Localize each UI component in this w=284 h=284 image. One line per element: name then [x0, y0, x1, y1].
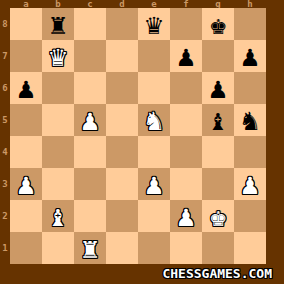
square-b1: [42, 232, 74, 264]
square-h8: [234, 8, 266, 40]
square-f1: [170, 232, 202, 264]
square-h7: ♟: [234, 40, 266, 72]
piece-white-rook: ♜: [81, 232, 98, 264]
piece-black-knight: ♞: [241, 104, 258, 136]
rank-label-3: 3: [0, 168, 10, 200]
square-e6: [138, 72, 170, 104]
square-b8: ♜: [42, 8, 74, 40]
square-b7: ♛: [42, 40, 74, 72]
square-c2: [74, 200, 106, 232]
piece-white-pawn: ♟: [145, 168, 162, 200]
square-a3: ♟: [10, 168, 42, 200]
square-a1: [10, 232, 42, 264]
square-d8: [106, 8, 138, 40]
piece-white-pawn: ♟: [177, 200, 194, 232]
square-a6: ♟: [10, 72, 42, 104]
square-e8: ♛: [138, 8, 170, 40]
square-e7: [138, 40, 170, 72]
square-c8: [74, 8, 106, 40]
rank-label-5: 5: [0, 104, 10, 136]
square-h5: ♞: [234, 104, 266, 136]
square-d7: [106, 40, 138, 72]
square-f6: [170, 72, 202, 104]
square-b5: [42, 104, 74, 136]
square-a2: [10, 200, 42, 232]
square-a7: [10, 40, 42, 72]
square-c7: [74, 40, 106, 72]
piece-black-pawn: ♟: [17, 72, 34, 104]
square-c6: [74, 72, 106, 104]
piece-black-pawn: ♟: [241, 40, 258, 72]
square-h3: ♟: [234, 168, 266, 200]
square-d3: [106, 168, 138, 200]
piece-white-king: ♚: [209, 200, 226, 232]
piece-white-queen: ♛: [49, 40, 66, 72]
square-a4: [10, 136, 42, 168]
square-c5: ♟: [74, 104, 106, 136]
square-c1: ♜: [74, 232, 106, 264]
piece-black-queen: ♛: [145, 8, 162, 40]
rank-label-8: 8: [0, 8, 10, 40]
rank-label-6: 6: [0, 72, 10, 104]
square-f8: [170, 8, 202, 40]
piece-white-pawn: ♟: [17, 168, 34, 200]
square-c3: [74, 168, 106, 200]
square-f2: ♟: [170, 200, 202, 232]
square-h6: [234, 72, 266, 104]
square-g2: ♚: [202, 200, 234, 232]
piece-black-bishop: ♝: [209, 104, 226, 136]
square-g6: ♟: [202, 72, 234, 104]
square-g5: ♝: [202, 104, 234, 136]
piece-black-king: ♚: [209, 8, 226, 40]
square-h4: [234, 136, 266, 168]
chess-diagram: abcdefgh 87654321 ♜♛♚♛♟♟♟♟♟♞♝♞♟♟♟♝♟♚♜ CH…: [0, 0, 284, 284]
chess-board: ♜♛♚♛♟♟♟♟♟♞♝♞♟♟♟♝♟♚♜: [10, 8, 266, 264]
square-h2: [234, 200, 266, 232]
square-d5: [106, 104, 138, 136]
square-g8: ♚: [202, 8, 234, 40]
piece-white-pawn: ♟: [81, 104, 98, 136]
square-f5: [170, 104, 202, 136]
square-b3: [42, 168, 74, 200]
square-e2: [138, 200, 170, 232]
rank-label-4: 4: [0, 136, 10, 168]
square-d2: [106, 200, 138, 232]
square-f4: [170, 136, 202, 168]
rank-label-7: 7: [0, 40, 10, 72]
square-h1: [234, 232, 266, 264]
square-d4: [106, 136, 138, 168]
square-b6: [42, 72, 74, 104]
square-d6: [106, 72, 138, 104]
square-f7: ♟: [170, 40, 202, 72]
square-e3: ♟: [138, 168, 170, 200]
square-c4: [74, 136, 106, 168]
piece-black-pawn: ♟: [177, 40, 194, 72]
piece-white-bishop: ♝: [49, 200, 66, 232]
piece-black-rook: ♜: [49, 8, 66, 40]
square-e5: ♞: [138, 104, 170, 136]
square-e1: [138, 232, 170, 264]
square-g1: [202, 232, 234, 264]
square-b4: [42, 136, 74, 168]
rank-labels: 87654321: [0, 8, 10, 264]
rank-label-1: 1: [0, 232, 10, 264]
piece-white-pawn: ♟: [241, 168, 258, 200]
square-g7: [202, 40, 234, 72]
square-g3: [202, 168, 234, 200]
square-e4: [138, 136, 170, 168]
square-g4: [202, 136, 234, 168]
square-a8: [10, 8, 42, 40]
piece-white-knight: ♞: [145, 104, 162, 136]
site-watermark: CHESSGAMES.COM: [162, 266, 272, 281]
piece-black-pawn: ♟: [209, 72, 226, 104]
square-b2: ♝: [42, 200, 74, 232]
square-d1: [106, 232, 138, 264]
rank-label-2: 2: [0, 200, 10, 232]
square-f3: [170, 168, 202, 200]
square-a5: [10, 104, 42, 136]
